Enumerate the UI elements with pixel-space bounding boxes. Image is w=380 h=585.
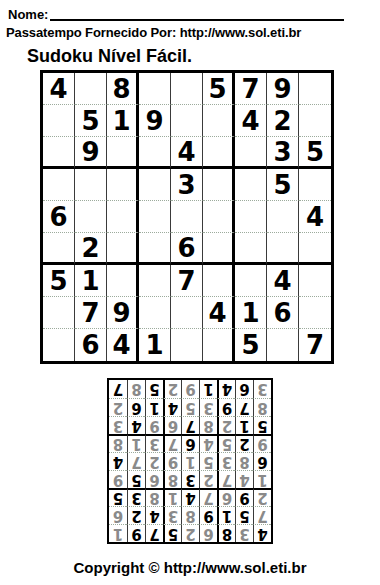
puzzle-cell-r8c1 <box>43 297 75 329</box>
puzzle-cell-r2c9 <box>299 105 331 137</box>
solution-cell-r8c9: 2 <box>109 398 127 416</box>
solution-cell-r2c9: 6 <box>109 506 127 524</box>
puzzle-cell-r5c6 <box>203 201 235 233</box>
solution-cell-r3c6: 1 <box>163 488 181 506</box>
solution-cell-r6c7: 3 <box>145 434 163 452</box>
solution-cell-r3c2: 9 <box>235 488 253 506</box>
puzzle-cell-r6c7 <box>235 233 267 265</box>
puzzle-cell-r1c6: 5 <box>203 73 235 105</box>
solution-cell-r7c5: 7 <box>181 416 199 434</box>
puzzle-cell-r2c3: 1 <box>107 105 139 137</box>
sudoku-solution-grid-rotated: 4386257917519834262967418351472386596835… <box>107 378 273 544</box>
solution-cell-r5c1: 6 <box>253 452 271 470</box>
solution-cell-r2c4: 9 <box>199 506 217 524</box>
puzzle-cell-r9c9: 7 <box>299 329 331 361</box>
puzzle-cell-r3c6 <box>203 137 235 169</box>
page-title: Sudoku Nível Fácil. <box>27 46 380 67</box>
solution-cell-r6c1: 9 <box>253 434 271 452</box>
puzzle-cell-r8c2: 7 <box>75 297 107 329</box>
puzzle-cell-r1c8: 9 <box>267 73 299 105</box>
solution-cell-r9c6: 2 <box>163 380 181 398</box>
solution-cell-r7c9: 3 <box>109 416 127 434</box>
name-label: Nome: <box>8 7 48 22</box>
solution-cell-r6c6: 7 <box>163 434 181 452</box>
solution-cell-r8c1: 8 <box>253 398 271 416</box>
puzzle-cell-r3c2: 9 <box>75 137 107 169</box>
solution-cell-r8c7: 1 <box>145 398 163 416</box>
puzzle-cell-r6c1 <box>43 233 75 265</box>
puzzle-cell-r5c2 <box>75 201 107 233</box>
puzzle-cell-r9c1 <box>43 329 75 361</box>
puzzle-cell-r2c7: 4 <box>235 105 267 137</box>
puzzle-cell-r1c7: 7 <box>235 73 267 105</box>
solution-cell-r4c1: 1 <box>253 470 271 488</box>
solution-cell-r4c5: 3 <box>181 470 199 488</box>
solution-cell-r5c8: 7 <box>127 452 145 470</box>
puzzle-cell-r7c1: 5 <box>43 265 75 297</box>
puzzle-cell-r1c9 <box>299 73 331 105</box>
solution-cell-r7c2: 1 <box>235 416 253 434</box>
puzzle-cell-r1c2 <box>75 73 107 105</box>
solution-cell-r7c7: 9 <box>145 416 163 434</box>
solution-cell-r6c8: 1 <box>127 434 145 452</box>
solution-cell-r9c8: 8 <box>127 380 145 398</box>
solution-cell-r5c9: 4 <box>109 452 127 470</box>
puzzle-cell-r7c9 <box>299 265 331 297</box>
solution-cell-r1c9: 1 <box>109 524 127 542</box>
solution-cell-r1c8: 9 <box>127 524 145 542</box>
puzzle-cell-r1c4 <box>139 73 171 105</box>
solution-cell-r1c1: 4 <box>253 524 271 542</box>
puzzle-cell-r8c9 <box>299 297 331 329</box>
puzzle-cell-r7c6 <box>203 265 235 297</box>
solution-cell-r2c8: 2 <box>127 506 145 524</box>
solution-cell-r5c5: 1 <box>181 452 199 470</box>
puzzle-cell-r4c9 <box>299 169 331 201</box>
puzzle-cell-r6c3 <box>107 233 139 265</box>
puzzle-cell-r8c3: 9 <box>107 297 139 329</box>
puzzle-cell-r6c9 <box>299 233 331 265</box>
solution-cell-r4c7: 6 <box>145 470 163 488</box>
solution-cell-r6c5: 6 <box>181 434 199 452</box>
sudoku-puzzle-grid: 4857951942943535642651747941664157 <box>40 70 334 364</box>
solution-cell-r8c3: 9 <box>217 398 235 416</box>
solution-cell-r3c9: 5 <box>109 488 127 506</box>
puzzle-cell-r5c8 <box>267 201 299 233</box>
puzzle-cell-r8c6: 4 <box>203 297 235 329</box>
provider-line: Passatempo Fornecido Por: http://www.sol… <box>6 25 380 40</box>
solution-cell-r7c4: 8 <box>199 416 217 434</box>
puzzle-cell-r3c7 <box>235 137 267 169</box>
solution-cell-r6c3: 5 <box>217 434 235 452</box>
puzzle-cell-r2c8: 2 <box>267 105 299 137</box>
puzzle-cell-r4c3 <box>107 169 139 201</box>
solution-cell-r4c9: 9 <box>109 470 127 488</box>
solution-cell-r3c4: 7 <box>199 488 217 506</box>
solution-cell-r3c3: 6 <box>217 488 235 506</box>
solution-cell-r1c3: 8 <box>217 524 235 542</box>
solution-cell-r9c2: 6 <box>235 380 253 398</box>
puzzle-cell-r2c2: 5 <box>75 105 107 137</box>
puzzle-cell-r3c9: 5 <box>299 137 331 169</box>
solution-cell-r5c3: 3 <box>217 452 235 470</box>
puzzle-cell-r4c7 <box>235 169 267 201</box>
solution-cell-r4c8: 5 <box>127 470 145 488</box>
puzzle-cell-r2c1 <box>43 105 75 137</box>
puzzle-cell-r1c3: 8 <box>107 73 139 105</box>
solution-cell-r9c9: 7 <box>109 380 127 398</box>
solution-cell-r4c2: 4 <box>235 470 253 488</box>
puzzle-cell-r4c8: 5 <box>267 169 299 201</box>
puzzle-cell-r5c9: 4 <box>299 201 331 233</box>
puzzle-cell-r4c5: 3 <box>171 169 203 201</box>
solution-cell-r6c2: 2 <box>235 434 253 452</box>
puzzle-cell-r5c3 <box>107 201 139 233</box>
puzzle-cell-r9c6 <box>203 329 235 361</box>
solution-cell-r8c6: 4 <box>163 398 181 416</box>
solution-cell-r8c5: 5 <box>181 398 199 416</box>
solution-cell-r7c3: 2 <box>217 416 235 434</box>
puzzle-cell-r1c5 <box>171 73 203 105</box>
solution-cell-r1c5: 2 <box>181 524 199 542</box>
puzzle-cell-r7c4 <box>139 265 171 297</box>
puzzle-cell-r6c8 <box>267 233 299 265</box>
solution-cell-r2c6: 3 <box>163 506 181 524</box>
solution-cell-r9c1: 3 <box>253 380 271 398</box>
solution-cell-r5c6: 9 <box>163 452 181 470</box>
puzzle-cell-r3c4 <box>139 137 171 169</box>
puzzle-cell-r8c8: 6 <box>267 297 299 329</box>
solution-cell-r3c7: 8 <box>145 488 163 506</box>
puzzle-cell-r5c7 <box>235 201 267 233</box>
solution-cell-r2c2: 5 <box>235 506 253 524</box>
solution-cell-r5c4: 5 <box>199 452 217 470</box>
puzzle-cell-r5c5 <box>171 201 203 233</box>
worksheet-page: Nome: Passatempo Fornecido Por: http://w… <box>0 0 380 576</box>
puzzle-cell-r6c6 <box>203 233 235 265</box>
puzzle-cell-r6c2: 2 <box>75 233 107 265</box>
puzzle-cell-r7c5: 7 <box>171 265 203 297</box>
name-blank-line <box>50 6 344 21</box>
solution-cell-r3c5: 4 <box>181 488 199 506</box>
copyright-footer: Copyright © http://www.sol.eti.br <box>0 559 380 576</box>
puzzle-cell-r4c1 <box>43 169 75 201</box>
puzzle-cell-r3c1 <box>43 137 75 169</box>
solution-cell-r1c2: 3 <box>235 524 253 542</box>
puzzle-cell-r5c1: 6 <box>43 201 75 233</box>
puzzle-cell-r8c5 <box>171 297 203 329</box>
puzzle-cell-r4c4 <box>139 169 171 201</box>
solution-cell-r3c8: 3 <box>127 488 145 506</box>
puzzle-cell-r2c6 <box>203 105 235 137</box>
solution-cell-r1c4: 6 <box>199 524 217 542</box>
name-row: Nome: <box>8 6 372 22</box>
puzzle-cell-r9c5 <box>171 329 203 361</box>
solution-cell-r8c8: 6 <box>127 398 145 416</box>
solution-cell-r5c7: 2 <box>145 452 163 470</box>
solution-cell-r2c1: 7 <box>253 506 271 524</box>
solution-cell-r7c6: 6 <box>163 416 181 434</box>
solution-cell-r9c3: 4 <box>217 380 235 398</box>
puzzle-cell-r9c2: 6 <box>75 329 107 361</box>
solution-cell-r4c3: 7 <box>217 470 235 488</box>
solution-cell-r8c2: 7 <box>235 398 253 416</box>
puzzle-cell-r7c7 <box>235 265 267 297</box>
puzzle-cell-r6c4 <box>139 233 171 265</box>
puzzle-cell-r3c3 <box>107 137 139 169</box>
solution-cell-r6c4: 4 <box>199 434 217 452</box>
solution-cell-r7c1: 5 <box>253 416 271 434</box>
solution-cell-r5c2: 8 <box>235 452 253 470</box>
solution-cell-r1c6: 5 <box>163 524 181 542</box>
puzzle-cell-r2c4: 9 <box>139 105 171 137</box>
puzzle-cell-r7c3 <box>107 265 139 297</box>
puzzle-cell-r2c5 <box>171 105 203 137</box>
puzzle-cell-r9c4: 1 <box>139 329 171 361</box>
solution-cell-r2c3: 1 <box>217 506 235 524</box>
solution-cell-r4c6: 8 <box>163 470 181 488</box>
puzzle-cell-r9c7: 5 <box>235 329 267 361</box>
solution-cell-r9c5: 9 <box>181 380 199 398</box>
solution-cell-r1c7: 7 <box>145 524 163 542</box>
puzzle-cell-r7c8: 4 <box>267 265 299 297</box>
solution-cell-r9c4: 1 <box>199 380 217 398</box>
puzzle-cell-r4c6 <box>203 169 235 201</box>
puzzle-cell-r5c4 <box>139 201 171 233</box>
solution-cell-r7c8: 4 <box>127 416 145 434</box>
solution-cell-r8c4: 3 <box>199 398 217 416</box>
puzzle-cell-r1c1: 4 <box>43 73 75 105</box>
solution-cell-r9c7: 5 <box>145 380 163 398</box>
puzzle-cell-r7c2: 1 <box>75 265 107 297</box>
solution-cell-r2c5: 8 <box>181 506 199 524</box>
solution-cell-r2c7: 4 <box>145 506 163 524</box>
solution-cell-r3c1: 2 <box>253 488 271 506</box>
puzzle-cell-r9c8 <box>267 329 299 361</box>
puzzle-cell-r4c2 <box>75 169 107 201</box>
puzzle-cell-r3c8: 3 <box>267 137 299 169</box>
puzzle-cell-r8c7: 1 <box>235 297 267 329</box>
puzzle-cell-r9c3: 4 <box>107 329 139 361</box>
puzzle-cell-r3c5: 4 <box>171 137 203 169</box>
solution-cell-r4c4: 2 <box>199 470 217 488</box>
solution-cell-r6c9: 8 <box>109 434 127 452</box>
puzzle-cell-r6c5: 6 <box>171 233 203 265</box>
puzzle-cell-r8c4 <box>139 297 171 329</box>
